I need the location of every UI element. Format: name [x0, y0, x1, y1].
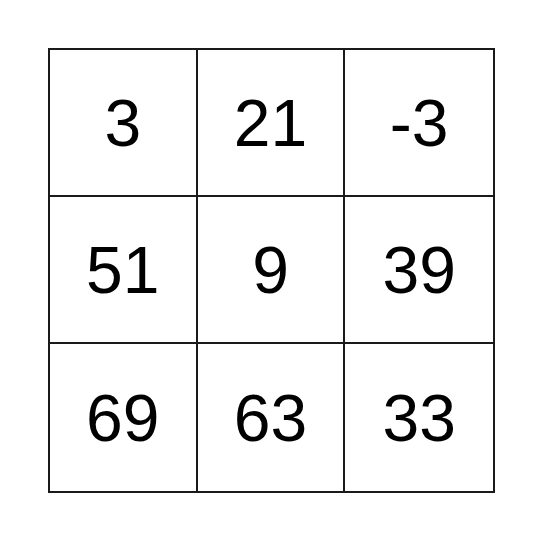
- cell-r2c1: 51: [50, 197, 198, 344]
- cell-r1c3: -3: [345, 50, 493, 197]
- page: 3 21 -3 51 9 39 69 63 33: [0, 0, 544, 544]
- cell-r1c1: 3: [50, 50, 198, 197]
- cell-r3c2: 63: [198, 344, 346, 491]
- cell-r3c3: 33: [345, 344, 493, 491]
- cell-r3c1: 69: [50, 344, 198, 491]
- cell-r2c3: 39: [345, 197, 493, 344]
- cell-r1c2: 21: [198, 50, 346, 197]
- number-grid-board: 3 21 -3 51 9 39 69 63 33: [48, 48, 495, 493]
- cell-r2c2: 9: [198, 197, 346, 344]
